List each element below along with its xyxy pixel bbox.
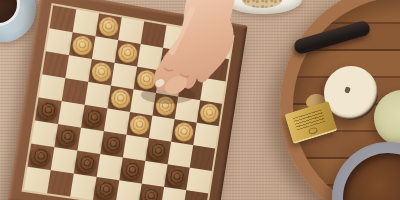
square-r4c7[interactable] (193, 123, 218, 149)
checker-light[interactable] (91, 61, 113, 83)
checker-light[interactable] (71, 35, 93, 57)
hand-outline (154, 0, 236, 95)
tin-engraving (293, 109, 325, 130)
checker-dark[interactable] (103, 134, 124, 156)
square-r6c7[interactable] (186, 168, 211, 194)
square-r7c6[interactable] (161, 187, 187, 200)
player-hand (120, 0, 250, 112)
tabletop-scene (0, 0, 400, 200)
mug-coffee-surface (343, 153, 400, 200)
checker-light[interactable] (129, 114, 150, 136)
checker-dark[interactable] (37, 100, 59, 122)
square-r7c5[interactable] (138, 184, 164, 200)
checker-dark[interactable] (95, 179, 117, 200)
checker-dark[interactable] (148, 141, 169, 162)
square-r7c4[interactable] (116, 180, 142, 200)
checker-dark[interactable] (141, 186, 162, 200)
square-r5c7[interactable] (190, 145, 215, 171)
checker-dark[interactable] (57, 126, 79, 148)
tin-seal-emblem (308, 127, 318, 135)
checker-dark[interactable] (30, 146, 52, 168)
checker-dark[interactable] (166, 167, 187, 188)
checker-light[interactable] (173, 121, 194, 142)
checker-dark[interactable] (83, 107, 105, 129)
checker-dark[interactable] (76, 153, 98, 175)
square-r7c3[interactable] (93, 177, 119, 200)
checker-dark[interactable] (122, 160, 143, 181)
checker-light[interactable] (98, 16, 120, 38)
